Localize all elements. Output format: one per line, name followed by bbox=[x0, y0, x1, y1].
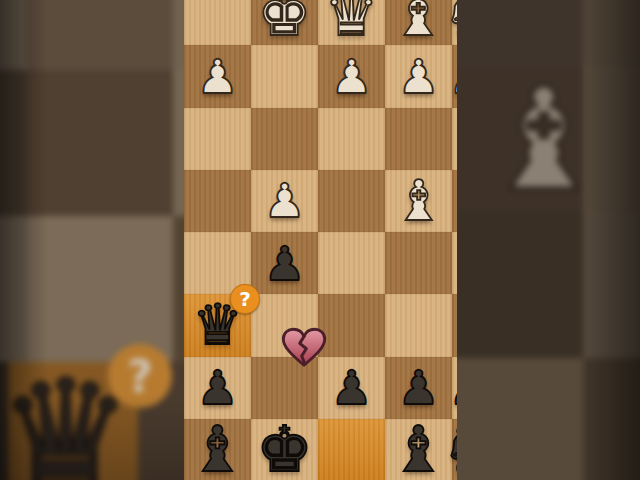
square-f3[interactable] bbox=[184, 108, 251, 170]
square-f7[interactable]: ♟ bbox=[184, 357, 251, 419]
square-d7[interactable]: ♟ bbox=[318, 357, 385, 419]
square-c6[interactable] bbox=[385, 294, 452, 356]
square-f4[interactable] bbox=[184, 170, 251, 232]
background-left-blur: ♛ ? bbox=[0, 0, 184, 480]
background-right: ♝ bbox=[457, 0, 640, 480]
white-pawn-c2: ♟ bbox=[397, 53, 439, 100]
white-king-e1: ♚ bbox=[258, 0, 312, 44]
background-right-blur: ♝ bbox=[457, 0, 640, 480]
square-b5[interactable] bbox=[452, 232, 457, 294]
blunder-question-glyph: ? bbox=[239, 287, 251, 311]
blunder-question-badge: ? bbox=[230, 284, 260, 314]
white-bishop-c1: ♝ bbox=[392, 0, 446, 44]
square-c5[interactable] bbox=[385, 232, 452, 294]
board-grid: ♚♛♝♞♟♟♟♟♟♝♟♛♟♟♟♟♝♚♝♞ bbox=[184, 0, 457, 480]
square-d1[interactable]: ♛ bbox=[318, 0, 385, 45]
square-c7[interactable]: ♟ bbox=[385, 357, 452, 419]
background-left: ♛ ? bbox=[0, 0, 184, 480]
square-b6[interactable] bbox=[452, 294, 457, 356]
video-frame: ♛ ? ♝ ♚♛♝♞♟♟♟♟♟♝♟♛♟♟♟♟♝♚♝♞ ? bbox=[0, 0, 640, 480]
black-knight-b8: ♞ bbox=[441, 418, 457, 480]
white-pawn-f2: ♟ bbox=[196, 53, 238, 100]
black-bishop-f8: ♝ bbox=[189, 418, 245, 480]
square-d8[interactable] bbox=[318, 419, 385, 480]
square-d2[interactable]: ♟ bbox=[318, 45, 385, 107]
square-b1[interactable]: ♞ bbox=[452, 0, 457, 45]
square-c4[interactable]: ♝ bbox=[385, 170, 452, 232]
square-e8[interactable]: ♚ bbox=[251, 419, 318, 480]
white-pawn-b2: ♟ bbox=[448, 53, 457, 100]
square-b8[interactable]: ♞ bbox=[452, 419, 457, 480]
black-king-e8: ♚ bbox=[256, 418, 312, 480]
broken-heart-emoji bbox=[281, 326, 327, 370]
square-d6[interactable] bbox=[318, 294, 385, 356]
black-pawn-d7: ♟ bbox=[330, 364, 372, 411]
square-d5[interactable] bbox=[318, 232, 385, 294]
white-knight-b1: ♞ bbox=[443, 0, 457, 44]
black-bishop-c8: ♝ bbox=[390, 418, 446, 480]
background-white-bishop-icon: ♝ bbox=[481, 70, 607, 210]
square-b3[interactable] bbox=[452, 108, 457, 170]
black-pawn-c7: ♟ bbox=[397, 364, 439, 411]
square-e2[interactable] bbox=[251, 45, 318, 107]
square-b4[interactable] bbox=[452, 170, 457, 232]
square-e3[interactable] bbox=[251, 108, 318, 170]
square-b2[interactable]: ♟ bbox=[452, 45, 457, 107]
square-e1[interactable]: ♚ bbox=[251, 0, 318, 45]
black-pawn-f7: ♟ bbox=[196, 364, 238, 411]
square-e4[interactable]: ♟ bbox=[251, 170, 318, 232]
background-question-badge: ? bbox=[108, 344, 172, 408]
chess-board: ♚♛♝♞♟♟♟♟♟♝♟♛♟♟♟♟♝♚♝♞ ? bbox=[184, 0, 457, 480]
square-c2[interactable]: ♟ bbox=[385, 45, 452, 107]
white-bishop-c4: ♝ bbox=[393, 173, 443, 229]
square-f8[interactable]: ♝ bbox=[184, 419, 251, 480]
square-b7[interactable]: ♟ bbox=[452, 357, 457, 419]
square-f1[interactable] bbox=[184, 0, 251, 45]
black-pawn-e5: ♟ bbox=[263, 240, 305, 287]
square-d3[interactable] bbox=[318, 108, 385, 170]
square-f2[interactable]: ♟ bbox=[184, 45, 251, 107]
black-pawn-b7: ♟ bbox=[448, 364, 457, 411]
white-pawn-d2: ♟ bbox=[330, 53, 372, 100]
square-c3[interactable] bbox=[385, 108, 452, 170]
white-pawn-e4: ♟ bbox=[263, 177, 305, 224]
square-d4[interactable] bbox=[318, 170, 385, 232]
background-question-glyph: ? bbox=[127, 351, 153, 402]
white-queen-d1: ♛ bbox=[325, 0, 379, 44]
square-e5[interactable]: ♟ bbox=[251, 232, 318, 294]
